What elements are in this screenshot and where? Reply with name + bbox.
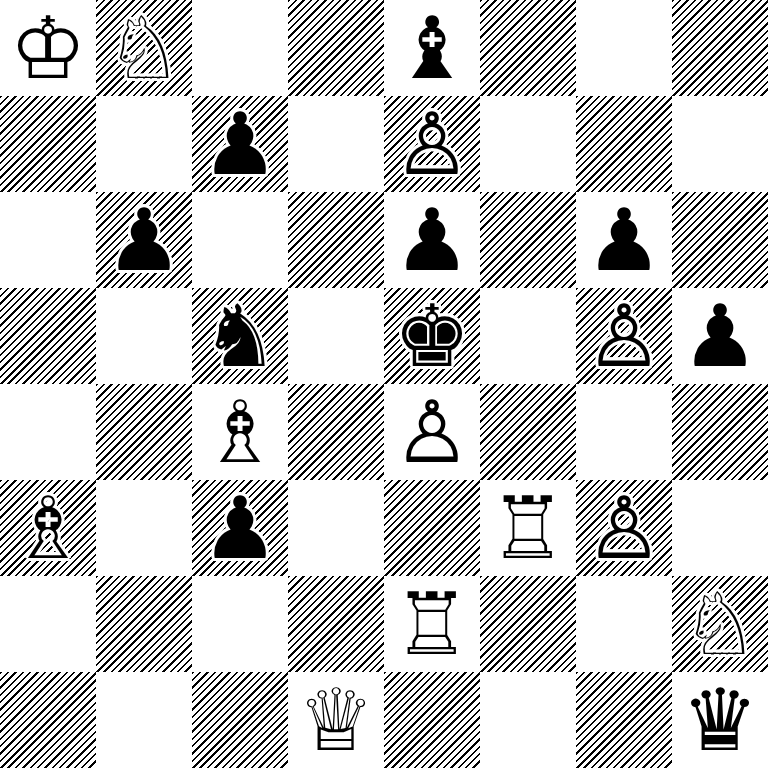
square-e1[interactable] (384, 672, 480, 768)
square-a8[interactable]: ♔ (0, 0, 96, 96)
square-b8[interactable]: ♘ (96, 0, 192, 96)
square-h4[interactable] (672, 384, 768, 480)
white-rook: ♖ (489, 480, 566, 576)
square-h2[interactable]: ♘ (672, 576, 768, 672)
white-pawn: ♙ (585, 480, 662, 576)
square-a3[interactable]: ♗ (0, 480, 96, 576)
square-d1[interactable]: ♕ (288, 672, 384, 768)
square-a4[interactable] (0, 384, 96, 480)
square-g5[interactable]: ♙ (576, 288, 672, 384)
white-pawn: ♙ (393, 96, 470, 192)
square-b6[interactable]: ♟ (96, 192, 192, 288)
black-pawn: ♟ (201, 480, 278, 576)
square-a7[interactable] (0, 96, 96, 192)
square-b1[interactable] (96, 672, 192, 768)
square-g4[interactable] (576, 384, 672, 480)
square-a6[interactable] (0, 192, 96, 288)
black-knight: ♞ (201, 288, 278, 384)
square-f1[interactable] (480, 672, 576, 768)
square-h7[interactable] (672, 96, 768, 192)
square-f4[interactable] (480, 384, 576, 480)
square-e6[interactable]: ♟ (384, 192, 480, 288)
square-c7[interactable]: ♟ (192, 96, 288, 192)
square-g3[interactable]: ♙ (576, 480, 672, 576)
square-a5[interactable] (0, 288, 96, 384)
square-f7[interactable] (480, 96, 576, 192)
white-rook: ♖ (393, 576, 470, 672)
square-g8[interactable] (576, 0, 672, 96)
white-knight: ♘ (681, 576, 758, 672)
square-b4[interactable] (96, 384, 192, 480)
square-c2[interactable] (192, 576, 288, 672)
square-e2[interactable]: ♖ (384, 576, 480, 672)
square-f5[interactable] (480, 288, 576, 384)
square-f6[interactable] (480, 192, 576, 288)
square-g1[interactable] (576, 672, 672, 768)
square-c5[interactable]: ♞ (192, 288, 288, 384)
square-g6[interactable]: ♟ (576, 192, 672, 288)
square-c1[interactable] (192, 672, 288, 768)
square-a2[interactable] (0, 576, 96, 672)
black-bishop: ♝ (393, 0, 470, 96)
square-e4[interactable]: ♙ (384, 384, 480, 480)
square-e5[interactable]: ♚ (384, 288, 480, 384)
square-d8[interactable] (288, 0, 384, 96)
square-c8[interactable] (192, 0, 288, 96)
white-king: ♔ (9, 0, 86, 96)
square-g2[interactable] (576, 576, 672, 672)
square-h8[interactable] (672, 0, 768, 96)
square-b2[interactable] (96, 576, 192, 672)
square-h3[interactable] (672, 480, 768, 576)
square-f8[interactable] (480, 0, 576, 96)
square-f3[interactable]: ♖ (480, 480, 576, 576)
black-pawn: ♟ (201, 96, 278, 192)
square-c4[interactable]: ♗ (192, 384, 288, 480)
square-d5[interactable] (288, 288, 384, 384)
square-d4[interactable] (288, 384, 384, 480)
square-b3[interactable] (96, 480, 192, 576)
square-d2[interactable] (288, 576, 384, 672)
square-f2[interactable] (480, 576, 576, 672)
black-queen: ♛ (681, 672, 758, 768)
square-b7[interactable] (96, 96, 192, 192)
square-h5[interactable]: ♟ (672, 288, 768, 384)
square-d3[interactable] (288, 480, 384, 576)
black-pawn: ♟ (393, 192, 470, 288)
square-c3[interactable]: ♟ (192, 480, 288, 576)
square-e7[interactable]: ♙ (384, 96, 480, 192)
black-pawn: ♟ (585, 192, 662, 288)
square-d7[interactable] (288, 96, 384, 192)
chess-board: ♔♘♝♟♙♟♟♟♞♚♙♟♗♙♗♟♖♙♖♘♕♛ (0, 0, 768, 768)
square-d6[interactable] (288, 192, 384, 288)
square-h6[interactable] (672, 192, 768, 288)
square-c6[interactable] (192, 192, 288, 288)
black-king: ♚ (393, 288, 470, 384)
square-e3[interactable] (384, 480, 480, 576)
white-queen: ♕ (297, 672, 374, 768)
square-a1[interactable] (0, 672, 96, 768)
square-g7[interactable] (576, 96, 672, 192)
black-pawn: ♟ (681, 288, 758, 384)
white-bishop: ♗ (9, 480, 86, 576)
white-pawn: ♙ (585, 288, 662, 384)
square-b5[interactable] (96, 288, 192, 384)
white-pawn: ♙ (393, 384, 470, 480)
square-h1[interactable]: ♛ (672, 672, 768, 768)
square-e8[interactable]: ♝ (384, 0, 480, 96)
white-bishop: ♗ (201, 384, 278, 480)
white-knight: ♘ (105, 0, 182, 96)
black-pawn: ♟ (105, 192, 182, 288)
